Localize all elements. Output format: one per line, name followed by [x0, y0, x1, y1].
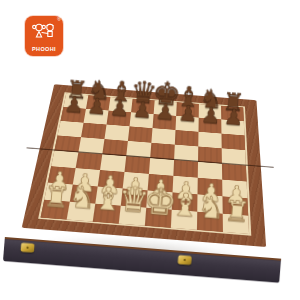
brass-clasp-right-icon	[178, 255, 192, 265]
board-front-panel	[3, 237, 281, 283]
scene-perspective: ♜♞♝♛♚♝♞♜♟♟♟♟♟♟♟♟♟♟♟♟♟♟♟♟♜♞♝♛♚♝♞♜	[0, 0, 300, 300]
chess-set-scene: ♜♞♝♛♚♝♞♜♟♟♟♟♟♟♟♟♟♟♟♟♟♟♟♟♜♞♝♛♚♝♞♜	[0, 0, 300, 300]
product-photo: ® PHOOHI ♜♞♝♛♚♝♞♜♟♟♟♟♟♟♟♟♟♟♟♟♟♟♟♟♜♞♝♛♚♝♞…	[0, 0, 300, 300]
board-box: ♜♞♝♛♚♝♞♜♟♟♟♟♟♟♟♟♟♟♟♟♟♟♟♟♜♞♝♛♚♝♞♜	[22, 84, 266, 247]
piece-light-rook: ♜	[220, 196, 254, 227]
brass-clasp-left-icon	[20, 243, 34, 253]
piece-dark-pawn: ♟	[219, 106, 249, 130]
board-playfield: ♜♞♝♛♚♝♞♜♟♟♟♟♟♟♟♟♟♟♟♟♟♟♟♟♜♞♝♛♚♝♞♜	[38, 92, 251, 235]
